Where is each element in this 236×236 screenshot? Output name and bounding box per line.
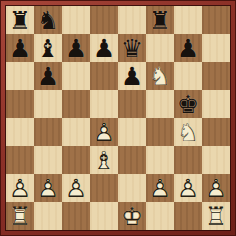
square-e2[interactable] — [118, 174, 146, 202]
white-piece-outline: ♙ — [6, 174, 34, 202]
black-piece-glyph: ♟ — [174, 34, 202, 62]
black-piece-glyph: ♟ — [34, 62, 62, 90]
square-f6[interactable]: ♞♘ — [146, 62, 174, 90]
square-e7[interactable]: ♛ — [118, 34, 146, 62]
piece-black-bishop[interactable]: ♝ — [34, 34, 62, 62]
white-piece-outline: ♘ — [174, 118, 202, 146]
piece-white-pawn[interactable]: ♟♙ — [90, 118, 118, 146]
square-b6[interactable]: ♟ — [34, 62, 62, 90]
square-b4[interactable] — [34, 118, 62, 146]
board-frame: ♜♞♜♟♝♟♟♛♟♟♟♞♘♚♟♙♞♘♝♗♟♙♟♙♟♙♟♙♟♙♟♙♜♖♚♔♜♖ — [0, 0, 236, 236]
piece-black-pawn[interactable]: ♟ — [34, 62, 62, 90]
piece-white-pawn[interactable]: ♟♙ — [202, 174, 230, 202]
white-piece-fill: ♚ — [118, 202, 146, 230]
square-b7[interactable]: ♝ — [34, 34, 62, 62]
square-c5[interactable] — [62, 90, 90, 118]
white-piece-fill: ♞ — [146, 62, 174, 90]
white-piece-fill: ♟ — [146, 174, 174, 202]
square-h4[interactable] — [202, 118, 230, 146]
piece-black-pawn[interactable]: ♟ — [90, 34, 118, 62]
black-piece-glyph: ♟ — [90, 34, 118, 62]
square-e5[interactable] — [118, 90, 146, 118]
white-piece-outline: ♙ — [90, 118, 118, 146]
square-c3[interactable] — [62, 146, 90, 174]
square-f2[interactable]: ♟♙ — [146, 174, 174, 202]
square-g2[interactable]: ♟♙ — [174, 174, 202, 202]
square-a8[interactable]: ♜ — [6, 6, 34, 34]
white-piece-outline: ♙ — [146, 174, 174, 202]
white-piece-outline: ♙ — [174, 174, 202, 202]
piece-white-pawn[interactable]: ♟♙ — [34, 174, 62, 202]
piece-black-knight[interactable]: ♞ — [34, 6, 62, 34]
square-c6[interactable] — [62, 62, 90, 90]
white-piece-fill: ♟ — [34, 174, 62, 202]
piece-black-pawn[interactable]: ♟ — [62, 34, 90, 62]
square-h8[interactable] — [202, 6, 230, 34]
piece-black-rook[interactable]: ♜ — [6, 6, 34, 34]
white-piece-fill: ♜ — [202, 202, 230, 230]
square-f8[interactable]: ♜ — [146, 6, 174, 34]
square-d2[interactable] — [90, 174, 118, 202]
square-h3[interactable] — [202, 146, 230, 174]
square-g1[interactable] — [174, 202, 202, 230]
square-c4[interactable] — [62, 118, 90, 146]
chess-board: ♜♞♜♟♝♟♟♛♟♟♟♞♘♚♟♙♞♘♝♗♟♙♟♙♟♙♟♙♟♙♟♙♜♖♚♔♜♖ — [6, 6, 230, 230]
square-f5[interactable] — [146, 90, 174, 118]
piece-black-pawn[interactable]: ♟ — [6, 34, 34, 62]
square-c8[interactable] — [62, 6, 90, 34]
black-piece-glyph: ♚ — [174, 90, 202, 118]
piece-black-pawn[interactable]: ♟ — [118, 62, 146, 90]
piece-white-rook[interactable]: ♜♖ — [202, 202, 230, 230]
square-d3[interactable]: ♝♗ — [90, 146, 118, 174]
piece-black-queen[interactable]: ♛ — [118, 34, 146, 62]
piece-black-pawn[interactable]: ♟ — [174, 34, 202, 62]
square-a5[interactable] — [6, 90, 34, 118]
piece-black-rook[interactable]: ♜ — [146, 6, 174, 34]
piece-white-pawn[interactable]: ♟♙ — [6, 174, 34, 202]
square-h2[interactable]: ♟♙ — [202, 174, 230, 202]
square-b5[interactable] — [34, 90, 62, 118]
white-piece-outline: ♖ — [6, 202, 34, 230]
square-e1[interactable]: ♚♔ — [118, 202, 146, 230]
square-a3[interactable] — [6, 146, 34, 174]
square-e4[interactable] — [118, 118, 146, 146]
piece-white-pawn[interactable]: ♟♙ — [174, 174, 202, 202]
white-piece-fill: ♜ — [6, 202, 34, 230]
piece-white-knight[interactable]: ♞♘ — [146, 62, 174, 90]
piece-white-king[interactable]: ♚♔ — [118, 202, 146, 230]
white-piece-fill: ♞ — [174, 118, 202, 146]
square-a1[interactable]: ♜♖ — [6, 202, 34, 230]
square-g5[interactable]: ♚ — [174, 90, 202, 118]
square-d1[interactable] — [90, 202, 118, 230]
square-h1[interactable]: ♜♖ — [202, 202, 230, 230]
square-h5[interactable] — [202, 90, 230, 118]
black-piece-glyph: ♞ — [34, 6, 62, 34]
square-h7[interactable] — [202, 34, 230, 62]
black-piece-glyph: ♝ — [34, 34, 62, 62]
white-piece-fill: ♝ — [90, 146, 118, 174]
black-piece-glyph: ♛ — [118, 34, 146, 62]
square-b2[interactable]: ♟♙ — [34, 174, 62, 202]
white-piece-outline: ♔ — [118, 202, 146, 230]
square-f7[interactable] — [146, 34, 174, 62]
piece-black-king[interactable]: ♚ — [174, 90, 202, 118]
piece-white-knight[interactable]: ♞♘ — [174, 118, 202, 146]
square-d4[interactable]: ♟♙ — [90, 118, 118, 146]
white-piece-fill: ♟ — [90, 118, 118, 146]
square-d7[interactable]: ♟ — [90, 34, 118, 62]
square-a2[interactable]: ♟♙ — [6, 174, 34, 202]
square-f1[interactable] — [146, 202, 174, 230]
white-piece-outline: ♖ — [202, 202, 230, 230]
square-b8[interactable]: ♞ — [34, 6, 62, 34]
square-a4[interactable] — [6, 118, 34, 146]
piece-white-pawn[interactable]: ♟♙ — [146, 174, 174, 202]
piece-white-pawn[interactable]: ♟♙ — [62, 174, 90, 202]
square-b1[interactable] — [34, 202, 62, 230]
black-piece-glyph: ♟ — [62, 34, 90, 62]
white-piece-fill: ♟ — [202, 174, 230, 202]
black-piece-glyph: ♟ — [6, 34, 34, 62]
square-g3[interactable] — [174, 146, 202, 174]
square-d8[interactable] — [90, 6, 118, 34]
square-d6[interactable] — [90, 62, 118, 90]
white-piece-fill: ♟ — [62, 174, 90, 202]
square-a7[interactable]: ♟ — [6, 34, 34, 62]
square-d5[interactable] — [90, 90, 118, 118]
square-e8[interactable] — [118, 6, 146, 34]
square-f3[interactable] — [146, 146, 174, 174]
piece-white-bishop[interactable]: ♝♗ — [90, 146, 118, 174]
square-h6[interactable] — [202, 62, 230, 90]
square-e6[interactable]: ♟ — [118, 62, 146, 90]
white-piece-outline: ♘ — [146, 62, 174, 90]
square-c7[interactable]: ♟ — [62, 34, 90, 62]
square-g6[interactable] — [174, 62, 202, 90]
black-piece-glyph: ♜ — [146, 6, 174, 34]
white-piece-outline: ♙ — [34, 174, 62, 202]
white-piece-outline: ♗ — [90, 146, 118, 174]
square-a6[interactable] — [6, 62, 34, 90]
piece-white-rook[interactable]: ♜♖ — [6, 202, 34, 230]
square-g4[interactable]: ♞♘ — [174, 118, 202, 146]
square-g8[interactable] — [174, 6, 202, 34]
black-piece-glyph: ♟ — [118, 62, 146, 90]
square-b3[interactable] — [34, 146, 62, 174]
square-e3[interactable] — [118, 146, 146, 174]
white-piece-fill: ♟ — [174, 174, 202, 202]
square-c1[interactable] — [62, 202, 90, 230]
square-f4[interactable] — [146, 118, 174, 146]
square-c2[interactable]: ♟♙ — [62, 174, 90, 202]
black-piece-glyph: ♜ — [6, 6, 34, 34]
white-piece-fill: ♟ — [6, 174, 34, 202]
square-g7[interactable]: ♟ — [174, 34, 202, 62]
white-piece-outline: ♙ — [62, 174, 90, 202]
white-piece-outline: ♙ — [202, 174, 230, 202]
